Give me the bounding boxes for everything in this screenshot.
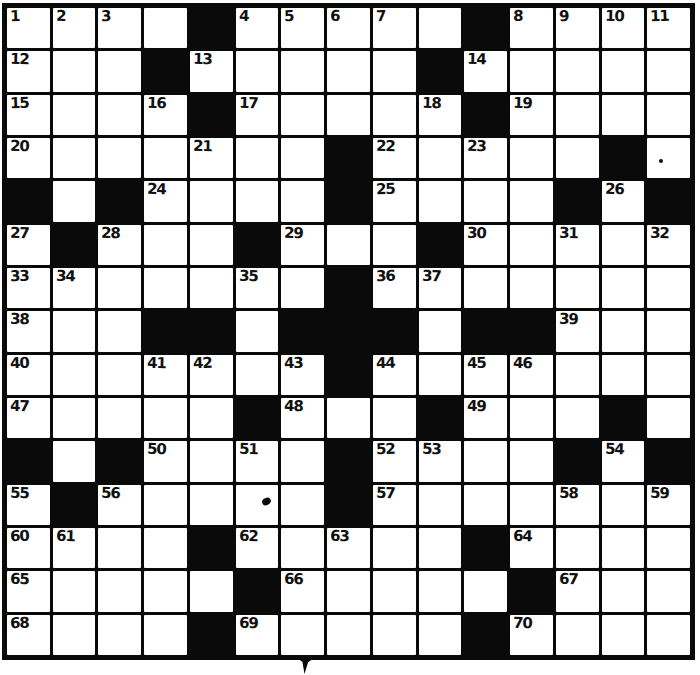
clue-number-35: 35 [238, 268, 257, 286]
cell-r2c8[interactable] [327, 51, 370, 91]
cell-r13c7[interactable] [281, 528, 324, 568]
cell-r6c5[interactable] [190, 225, 233, 265]
cell-r8c1[interactable]: 38 [7, 311, 50, 351]
clue-number-39: 39 [559, 311, 578, 329]
clue-number-34: 34 [55, 268, 74, 286]
clue-number-68: 68 [10, 614, 29, 632]
cell-r11c7[interactable] [281, 441, 324, 481]
cell-r5c5[interactable] [190, 181, 233, 221]
cell-r10c13[interactable] [556, 398, 599, 438]
clue-number-19: 19 [513, 94, 532, 112]
cell-r2c15[interactable] [647, 51, 690, 91]
cell-r13c15[interactable] [647, 528, 690, 568]
cell-r6c7[interactable]: 29 [281, 225, 324, 265]
cell-r11c8 [327, 441, 370, 481]
clue-number-40: 40 [10, 354, 29, 372]
cell-r6c3[interactable]: 28 [98, 225, 141, 265]
clue-number-4: 4 [238, 8, 248, 25]
clue-number-60: 60 [10, 528, 29, 546]
cell-r11c13 [556, 441, 599, 481]
cell-r7c13[interactable] [556, 268, 599, 308]
cell-r5c14[interactable]: 26 [602, 181, 645, 221]
cell-r9c2[interactable] [53, 355, 96, 395]
cell-r14c2[interactable] [53, 571, 96, 611]
ink-dot-mark [261, 496, 272, 506]
cell-r4c6[interactable] [236, 138, 279, 178]
cell-r4c15[interactable] [647, 138, 690, 178]
clue-number-45: 45 [467, 354, 486, 372]
cell-r9c14[interactable] [602, 355, 645, 395]
cell-r11c5[interactable] [190, 441, 233, 481]
cell-r11c2[interactable] [53, 441, 96, 481]
clue-number-30: 30 [467, 224, 486, 242]
cell-r13c8[interactable]: 63 [327, 528, 370, 568]
cell-r7c4[interactable] [144, 268, 187, 308]
cell-r7c3[interactable] [98, 268, 141, 308]
cell-r4c10[interactable] [419, 138, 462, 178]
cell-r10c15[interactable] [647, 398, 690, 438]
cell-r10c12[interactable] [510, 398, 553, 438]
clue-number-3: 3 [101, 8, 111, 26]
cell-r8c9 [373, 311, 416, 351]
cell-r5c12[interactable] [510, 181, 553, 221]
clue-number-29: 29 [284, 224, 303, 242]
clue-number-23: 23 [467, 138, 486, 156]
cell-r13c4[interactable] [144, 528, 187, 568]
clue-number-51: 51 [238, 441, 257, 459]
cell-r13c2[interactable]: 61 [53, 528, 96, 568]
cell-r6c12[interactable] [510, 225, 553, 265]
cell-r7c14[interactable] [602, 268, 645, 308]
cell-r15c6[interactable]: 69 [236, 615, 279, 655]
clue-number-17: 17 [238, 94, 257, 112]
clue-number-63: 63 [330, 528, 349, 546]
clue-number-15: 15 [10, 94, 29, 112]
clue-number-62: 62 [238, 528, 257, 546]
cell-r11c10[interactable]: 53 [419, 441, 462, 481]
cell-r15c3[interactable] [98, 615, 141, 655]
cell-r1c6[interactable]: 4 [236, 8, 279, 48]
cell-r5c2[interactable] [53, 181, 96, 221]
cell-r1c5 [190, 8, 233, 48]
cell-r14c9[interactable] [373, 571, 416, 611]
cell-r3c9[interactable] [373, 95, 416, 135]
cell-r6c2 [53, 225, 96, 265]
clue-number-38: 38 [10, 311, 29, 329]
cell-r5c13 [556, 181, 599, 221]
clue-number-67: 67 [559, 571, 578, 589]
cell-r9c3[interactable] [98, 355, 141, 395]
cell-r7c2[interactable]: 34 [53, 268, 96, 308]
clue-number-46: 46 [513, 354, 532, 372]
cell-r9c15[interactable] [647, 355, 690, 395]
clue-number-69: 69 [238, 614, 257, 632]
cell-r8c8 [327, 311, 370, 351]
cell-r9c11[interactable]: 45 [464, 355, 507, 395]
cell-r3c4[interactable]: 16 [144, 95, 187, 135]
cell-r15c13[interactable] [556, 615, 599, 655]
cell-r13c12[interactable]: 64 [510, 528, 553, 568]
clue-number-28: 28 [101, 224, 120, 242]
cell-r7c5[interactable] [190, 268, 233, 308]
cell-r4c11[interactable]: 23 [464, 138, 507, 178]
cell-r5c1 [7, 181, 50, 221]
cell-r6c15[interactable]: 32 [647, 225, 690, 265]
cell-r15c1[interactable]: 68 [7, 615, 50, 655]
cell-r8c4 [144, 311, 187, 351]
clue-number-64: 64 [513, 528, 532, 546]
cell-r4c8 [327, 138, 370, 178]
clue-number-11: 11 [650, 8, 669, 26]
cell-r9c4[interactable]: 41 [144, 355, 187, 395]
cell-r1c13[interactable]: 9 [556, 8, 599, 48]
cell-r10c6 [236, 398, 279, 438]
cell-r10c5[interactable] [190, 398, 233, 438]
cell-r15c10[interactable] [419, 615, 462, 655]
cell-r9c7[interactable]: 43 [281, 355, 324, 395]
cell-r2c7[interactable] [281, 51, 324, 91]
clue-number-56: 56 [101, 484, 120, 502]
clue-number-52: 52 [376, 441, 395, 459]
cell-r7c15[interactable] [647, 268, 690, 308]
cell-r1c11 [464, 8, 507, 48]
cell-r14c11[interactable] [464, 571, 507, 611]
cell-r14c10[interactable] [419, 571, 462, 611]
cell-r4c3[interactable] [98, 138, 141, 178]
cell-r2c10 [419, 51, 462, 91]
cell-r8c11 [464, 311, 507, 351]
cell-r7c1[interactable]: 33 [7, 268, 50, 308]
cell-r13c5 [190, 528, 233, 568]
cell-r10c9[interactable] [373, 398, 416, 438]
clue-number-53: 53 [421, 441, 440, 459]
clue-number-1: 1 [10, 8, 20, 26]
cell-r3c2[interactable] [53, 95, 96, 135]
clue-number-33: 33 [10, 268, 29, 286]
cell-r9c6[interactable] [236, 355, 279, 395]
cell-r12c7[interactable] [281, 485, 324, 525]
cell-r2c1[interactable]: 12 [7, 51, 50, 91]
clue-number-48: 48 [284, 398, 303, 416]
clue-number-26: 26 [604, 181, 623, 199]
cell-r10c3[interactable] [98, 398, 141, 438]
cell-r5c15 [647, 181, 690, 221]
cell-r4c7[interactable] [281, 138, 324, 178]
clue-number-41: 41 [147, 354, 166, 372]
clue-number-66: 66 [284, 571, 303, 589]
cell-r3c6[interactable]: 17 [236, 95, 279, 135]
cell-r15c8[interactable] [327, 615, 370, 655]
cell-r8c14[interactable] [602, 311, 645, 351]
cell-r12c6[interactable] [236, 485, 279, 525]
cell-r4c12[interactable] [510, 138, 553, 178]
cell-r12c9[interactable]: 57 [373, 485, 416, 525]
cell-r3c3[interactable] [98, 95, 141, 135]
cell-r13c1[interactable]: 60 [7, 528, 50, 568]
cell-r1c15[interactable]: 11 [647, 8, 690, 48]
clue-number-47: 47 [10, 398, 29, 416]
cell-r10c14 [602, 398, 645, 438]
cell-r8c5 [190, 311, 233, 351]
clue-number-6: 6 [330, 8, 340, 25]
clue-number-2: 2 [55, 8, 65, 25]
cell-r12c4[interactable] [144, 485, 187, 525]
cell-r14c3[interactable] [98, 571, 141, 611]
cell-r3c8[interactable] [327, 95, 370, 135]
cell-r3c14[interactable] [602, 95, 645, 135]
clue-number-59: 59 [650, 484, 669, 502]
cell-r15c4[interactable] [144, 615, 187, 655]
cell-r5c3 [98, 181, 141, 221]
cell-r7c9[interactable]: 36 [373, 268, 416, 308]
cell-r15c5 [190, 615, 233, 655]
cell-r8c2[interactable] [53, 311, 96, 351]
clue-number-44: 44 [376, 354, 395, 372]
cell-r2c13[interactable] [556, 51, 599, 91]
cell-r9c8 [327, 355, 370, 395]
cell-r12c11[interactable] [464, 485, 507, 525]
cell-r8c13[interactable]: 39 [556, 311, 599, 351]
cell-r6c1[interactable]: 27 [7, 225, 50, 265]
cell-r13c10[interactable] [419, 528, 462, 568]
cell-r4c4[interactable] [144, 138, 187, 178]
cell-r4c9[interactable]: 22 [373, 138, 416, 178]
clue-number-18: 18 [421, 94, 440, 112]
cell-r14c4[interactable] [144, 571, 187, 611]
cell-r5c6[interactable] [236, 181, 279, 221]
cell-r14c14[interactable] [602, 571, 645, 611]
cell-r4c2[interactable] [53, 138, 96, 178]
cell-r5c7[interactable] [281, 181, 324, 221]
cell-r7c6[interactable]: 35 [236, 268, 279, 308]
cell-r11c6[interactable]: 51 [236, 441, 279, 481]
cell-r1c10[interactable] [419, 8, 462, 48]
cell-r4c14 [602, 138, 645, 178]
cell-r9c13[interactable] [556, 355, 599, 395]
cell-r1c8[interactable]: 6 [327, 8, 370, 48]
cell-r3c13[interactable] [556, 95, 599, 135]
cell-r7c12[interactable] [510, 268, 553, 308]
cell-r8c3[interactable] [98, 311, 141, 351]
cell-r5c9[interactable]: 25 [373, 181, 416, 221]
clue-number-22: 22 [376, 138, 395, 156]
cell-r1c7[interactable]: 5 [281, 8, 324, 48]
cell-r6c13[interactable]: 31 [556, 225, 599, 265]
cell-r6c14[interactable] [602, 225, 645, 265]
cell-r4c5[interactable]: 21 [190, 138, 233, 178]
cell-r1c1[interactable]: 1 [7, 8, 50, 48]
cell-r15c2[interactable] [53, 615, 96, 655]
crossword-page: 1234567891011121314151617181920212223242… [0, 0, 700, 675]
clue-number-54: 54 [604, 441, 623, 459]
cell-r14c6 [236, 571, 279, 611]
cell-r12c8 [327, 485, 370, 525]
cell-r4c1[interactable]: 20 [7, 138, 50, 178]
cell-r15c14[interactable] [602, 615, 645, 655]
cell-r2c5[interactable]: 13 [190, 51, 233, 91]
cell-r12c5[interactable] [190, 485, 233, 525]
cell-r6c8[interactable] [327, 225, 370, 265]
cell-r8c6[interactable] [236, 311, 279, 351]
cell-r13c6[interactable]: 62 [236, 528, 279, 568]
cell-r4c13[interactable] [556, 138, 599, 178]
cell-r1c2[interactable]: 2 [53, 8, 96, 48]
clue-number-20: 20 [10, 138, 29, 156]
clue-number-37: 37 [421, 268, 440, 286]
cell-r3c7[interactable] [281, 95, 324, 135]
cell-r13c11 [464, 528, 507, 568]
cell-r1c9[interactable]: 7 [373, 8, 416, 48]
clue-number-25: 25 [376, 181, 395, 199]
cell-r1c3[interactable]: 3 [98, 8, 141, 48]
cell-r2c9[interactable] [373, 51, 416, 91]
cell-r14c12 [510, 571, 553, 611]
cell-r15c7[interactable] [281, 615, 324, 655]
clue-number-12: 12 [10, 51, 29, 69]
cell-r13c14[interactable] [602, 528, 645, 568]
clue-number-10: 10 [604, 8, 623, 26]
cell-r11c9[interactable]: 52 [373, 441, 416, 481]
cell-r2c4 [144, 51, 187, 91]
cell-r6c10 [419, 225, 462, 265]
clue-number-42: 42 [193, 354, 212, 372]
clue-number-31: 31 [559, 224, 578, 242]
cell-r9c10[interactable] [419, 355, 462, 395]
clue-number-49: 49 [467, 398, 486, 416]
clue-number-8: 8 [513, 8, 523, 25]
cell-r2c12[interactable] [510, 51, 553, 91]
cell-r11c12[interactable] [510, 441, 553, 481]
cell-r14c1[interactable]: 65 [7, 571, 50, 611]
cell-r5c10[interactable] [419, 181, 462, 221]
cell-r14c13[interactable]: 67 [556, 571, 599, 611]
clue-number-7: 7 [376, 8, 386, 26]
cell-r2c11[interactable]: 14 [464, 51, 507, 91]
clue-number-9: 9 [558, 8, 568, 26]
cell-r6c11[interactable]: 30 [464, 225, 507, 265]
cell-r10c11[interactable]: 49 [464, 398, 507, 438]
cell-r12c10[interactable] [419, 485, 462, 525]
clue-number-5: 5 [284, 8, 294, 26]
cell-r14c8[interactable] [327, 571, 370, 611]
cell-r12c13[interactable]: 58 [556, 485, 599, 525]
cell-r6c9[interactable] [373, 225, 416, 265]
cell-r12c3[interactable]: 56 [98, 485, 141, 525]
cell-r9c9[interactable]: 44 [373, 355, 416, 395]
cell-r11c14[interactable]: 54 [602, 441, 645, 481]
cell-r14c15[interactable] [647, 571, 690, 611]
cell-r12c12[interactable] [510, 485, 553, 525]
cell-r3c15[interactable] [647, 95, 690, 135]
clue-number-24: 24 [147, 181, 166, 199]
clue-number-65: 65 [10, 571, 29, 589]
cell-r14c7[interactable]: 66 [281, 571, 324, 611]
clue-number-14: 14 [467, 51, 486, 69]
cell-r11c1 [7, 441, 50, 481]
cell-r12c1[interactable]: 55 [7, 485, 50, 525]
cell-r11c4[interactable]: 50 [144, 441, 187, 481]
cell-r5c8 [327, 181, 370, 221]
cell-r7c7[interactable] [281, 268, 324, 308]
ink-dot-mark [659, 159, 663, 163]
cell-r7c8 [327, 268, 370, 308]
cell-r8c7 [281, 311, 324, 351]
clue-number-21: 21 [193, 138, 212, 156]
cell-r9c5[interactable]: 42 [190, 355, 233, 395]
cell-r10c4[interactable] [144, 398, 187, 438]
cell-r10c2[interactable] [53, 398, 96, 438]
cell-r8c15[interactable] [647, 311, 690, 351]
cell-r12c15[interactable]: 59 [647, 485, 690, 525]
cell-r6c4[interactable] [144, 225, 187, 265]
cell-r10c7[interactable]: 48 [281, 398, 324, 438]
cell-r15c11 [464, 615, 507, 655]
cell-r1c4[interactable] [144, 8, 187, 48]
cell-r12c2 [53, 485, 96, 525]
cell-r14c5[interactable] [190, 571, 233, 611]
cell-r10c8[interactable] [327, 398, 370, 438]
cell-r10c1[interactable]: 47 [7, 398, 50, 438]
clue-number-36: 36 [376, 268, 395, 286]
clue-number-55: 55 [10, 484, 29, 502]
cell-r3c11 [464, 95, 507, 135]
cell-r1c14[interactable]: 10 [602, 8, 645, 48]
cell-r13c13[interactable] [556, 528, 599, 568]
cell-r15c12[interactable]: 70 [510, 615, 553, 655]
cell-r10c10 [419, 398, 462, 438]
clue-number-16: 16 [147, 94, 166, 112]
clue-number-32: 32 [650, 224, 669, 242]
cell-r13c3[interactable] [98, 528, 141, 568]
cell-r5c11[interactable] [464, 181, 507, 221]
cell-r11c15 [647, 441, 690, 481]
clue-number-61: 61 [55, 528, 74, 546]
crossword-grid: 1234567891011121314151617181920212223242… [2, 3, 695, 660]
clue-number-27: 27 [10, 224, 29, 242]
cell-r5c4[interactable]: 24 [144, 181, 187, 221]
cell-r3c12[interactable]: 19 [510, 95, 553, 135]
cell-r15c9[interactable] [373, 615, 416, 655]
cell-r8c10[interactable] [419, 311, 462, 351]
cell-r12c14[interactable] [602, 485, 645, 525]
clue-number-43: 43 [284, 354, 303, 372]
cell-r2c6[interactable] [236, 51, 279, 91]
clue-number-50: 50 [147, 441, 166, 459]
cell-r9c12[interactable]: 46 [510, 355, 553, 395]
cell-r3c10[interactable]: 18 [419, 95, 462, 135]
cell-r7c10[interactable]: 37 [419, 268, 462, 308]
cell-r15c15[interactable] [647, 615, 690, 655]
cell-r13c9[interactable] [373, 528, 416, 568]
clue-number-13: 13 [193, 51, 212, 69]
cell-r11c3 [98, 441, 141, 481]
cell-r3c5 [190, 95, 233, 135]
cell-r3c1[interactable]: 15 [7, 95, 50, 135]
clue-number-57: 57 [376, 484, 395, 502]
cell-r7c11[interactable] [464, 268, 507, 308]
cell-r11c11[interactable] [464, 441, 507, 481]
cell-r2c3[interactable] [98, 51, 141, 91]
cell-r9c1[interactable]: 40 [7, 355, 50, 395]
cell-r6c6 [236, 225, 279, 265]
clue-number-58: 58 [559, 484, 578, 502]
cell-r2c2[interactable] [53, 51, 96, 91]
cell-r2c14[interactable] [602, 51, 645, 91]
cell-r8c12 [510, 311, 553, 351]
clue-number-70: 70 [513, 614, 532, 632]
cell-r1c12[interactable]: 8 [510, 8, 553, 48]
